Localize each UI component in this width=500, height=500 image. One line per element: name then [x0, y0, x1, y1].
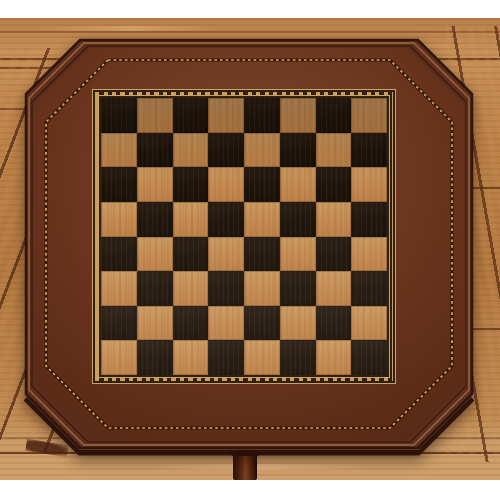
square-r3c4 — [208, 167, 244, 202]
square-r7c2 — [137, 306, 173, 341]
square-r1c1 — [101, 98, 137, 133]
square-r8c3 — [173, 340, 209, 375]
square-r2c1 — [101, 133, 137, 168]
square-r5c4 — [208, 237, 244, 272]
square-r8c6 — [280, 340, 316, 375]
square-r3c5 — [244, 167, 280, 202]
square-r4c8 — [351, 202, 387, 237]
square-r6c2 — [137, 271, 173, 306]
square-r6c1 — [101, 271, 137, 306]
square-r8c4 — [208, 340, 244, 375]
square-r6c7 — [316, 271, 352, 306]
square-r2c6 — [280, 133, 316, 168]
square-r2c4 — [208, 133, 244, 168]
square-r3c6 — [280, 167, 316, 202]
square-r1c8 — [351, 98, 387, 133]
square-r1c5 — [244, 98, 280, 133]
square-r2c2 — [137, 133, 173, 168]
square-r4c7 — [316, 202, 352, 237]
square-r3c1 — [101, 167, 137, 202]
square-r5c6 — [280, 237, 316, 272]
square-r6c8 — [351, 271, 387, 306]
square-r6c3 — [173, 271, 209, 306]
square-r4c5 — [244, 202, 280, 237]
square-r1c2 — [137, 98, 173, 133]
square-r2c5 — [244, 133, 280, 168]
square-r8c5 — [244, 340, 280, 375]
chequered-banding-frame — [92, 89, 396, 384]
square-r8c7 — [316, 340, 352, 375]
square-r5c5 — [244, 237, 280, 272]
square-r5c3 — [173, 237, 209, 272]
square-r2c7 — [316, 133, 352, 168]
square-r3c3 — [173, 167, 209, 202]
square-r1c3 — [173, 98, 209, 133]
square-r7c7 — [316, 306, 352, 341]
square-r7c6 — [280, 306, 316, 341]
square-r3c8 — [351, 167, 387, 202]
square-r2c3 — [173, 133, 209, 168]
square-r7c5 — [244, 306, 280, 341]
square-r4c3 — [173, 202, 209, 237]
square-r1c4 — [208, 98, 244, 133]
photograph — [0, 18, 500, 480]
square-r5c7 — [316, 237, 352, 272]
square-r4c1 — [101, 202, 137, 237]
square-r4c2 — [137, 202, 173, 237]
square-r6c6 — [280, 271, 316, 306]
square-r5c1 — [101, 237, 137, 272]
square-r5c2 — [137, 237, 173, 272]
square-r1c6 — [280, 98, 316, 133]
square-r8c8 — [351, 340, 387, 375]
square-r8c1 — [101, 340, 137, 375]
square-r5c8 — [351, 237, 387, 272]
square-r3c7 — [316, 167, 352, 202]
square-r7c4 — [208, 306, 244, 341]
square-r3c2 — [137, 167, 173, 202]
square-r1c7 — [316, 98, 352, 133]
square-r7c3 — [173, 306, 209, 341]
square-r4c6 — [280, 202, 316, 237]
square-r6c5 — [244, 271, 280, 306]
chess-board — [99, 96, 389, 377]
square-r8c2 — [137, 340, 173, 375]
square-r6c4 — [208, 271, 244, 306]
square-r7c1 — [101, 306, 137, 341]
banding-inlay — [95, 92, 393, 381]
photo-frame — [0, 0, 500, 500]
square-r7c8 — [351, 306, 387, 341]
square-r2c8 — [351, 133, 387, 168]
square-r4c4 — [208, 202, 244, 237]
